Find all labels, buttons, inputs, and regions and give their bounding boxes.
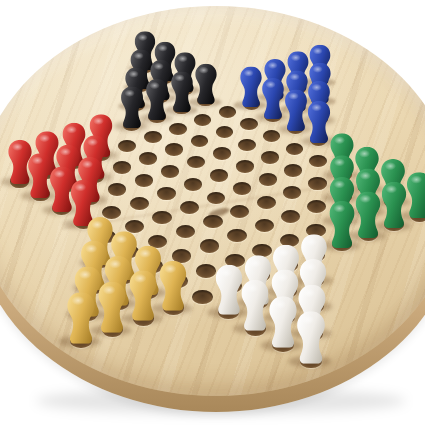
hole[interactable]	[180, 201, 199, 214]
hole[interactable]	[210, 169, 228, 182]
hole[interactable]	[192, 290, 213, 304]
hole[interactable]	[236, 160, 254, 173]
hole[interactable]	[203, 215, 222, 228]
hole[interactable]	[281, 210, 300, 223]
peg-yellow[interactable]	[65, 291, 98, 345]
hole[interactable]	[161, 165, 179, 178]
peg-yellow[interactable]	[96, 280, 128, 333]
hole[interactable]	[219, 106, 236, 118]
hole[interactable]	[130, 197, 149, 210]
peg-yellow[interactable]	[157, 259, 189, 311]
hole[interactable]	[308, 177, 327, 190]
hole[interactable]	[184, 178, 203, 191]
hole[interactable]	[257, 196, 276, 209]
hole[interactable]	[200, 239, 220, 253]
peg-yellow[interactable]	[127, 270, 159, 323]
hole[interactable]	[113, 161, 131, 174]
peg-black[interactable]	[169, 70, 195, 113]
chinese-checkers-product-photo	[0, 0, 425, 425]
hole[interactable]	[169, 123, 187, 135]
hole[interactable]	[139, 152, 157, 164]
hole[interactable]	[118, 140, 136, 152]
peg-green[interactable]	[379, 181, 408, 229]
hole[interactable]	[176, 225, 195, 238]
pegs-layer	[0, 0, 425, 425]
hole[interactable]	[135, 174, 154, 187]
hole[interactable]	[240, 118, 257, 130]
peg-green[interactable]	[353, 190, 383, 239]
peg-black[interactable]	[193, 62, 219, 104]
hole[interactable]	[286, 143, 304, 155]
hole[interactable]	[261, 151, 279, 163]
hole[interactable]	[238, 139, 256, 151]
hole[interactable]	[259, 173, 278, 186]
peg-black[interactable]	[144, 78, 170, 121]
hole[interactable]	[157, 187, 176, 200]
peg-black[interactable]	[119, 86, 145, 129]
hole[interactable]	[144, 131, 162, 143]
peg-white[interactable]	[294, 310, 327, 365]
hole[interactable]	[284, 164, 302, 177]
peg-green[interactable]	[327, 199, 357, 248]
hole[interactable]	[165, 143, 183, 155]
hole[interactable]	[152, 211, 171, 224]
hole[interactable]	[213, 147, 231, 159]
